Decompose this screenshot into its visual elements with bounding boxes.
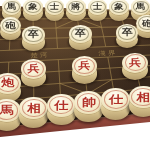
piece-character: 象	[23, 1, 43, 13]
piece-disc-top: 兵	[72, 56, 98, 76]
piece-disc-top: 仕	[47, 94, 76, 117]
piece-character: 仕	[101, 91, 130, 109]
piece-disc-top: 仕	[101, 88, 130, 111]
piece-character: 相	[19, 99, 48, 117]
piece-black-soldier[interactable]: 卒	[22, 26, 45, 50]
piece-disc-top: 帥	[74, 91, 103, 114]
piece-character: 仕	[47, 96, 76, 114]
piece-black-advisor[interactable]: 士	[45, 0, 65, 21]
piece-character: 象	[109, 1, 129, 13]
piece-character: 馬	[131, 1, 150, 13]
piece-disc-top: 士	[88, 0, 108, 15]
piece-disc-top: 象	[23, 0, 43, 15]
piece-disc-top: 將	[66, 0, 86, 15]
piece-disc-top: 士	[45, 0, 65, 15]
piece-red-elephant[interactable]: 相	[129, 86, 150, 117]
piece-black-general[interactable]: 將	[66, 0, 86, 21]
piece-red-soldier[interactable]: 兵	[122, 53, 148, 81]
xiangqi-board-photo: 楚河 漢界 馬象士將士象馬砲砲卒卒卒兵兵兵炮馬相仕帥仕相	[0, 0, 150, 150]
piece-character: 卒	[22, 28, 45, 42]
piece-red-soldier[interactable]: 兵	[72, 56, 98, 84]
piece-red-soldier[interactable]: 兵	[21, 59, 47, 87]
piece-disc-top: 砲	[136, 15, 150, 32]
piece-character: 士	[88, 1, 108, 13]
piece-red-general[interactable]: 帥	[74, 91, 103, 122]
piece-red-advisor[interactable]: 仕	[101, 88, 130, 119]
piece-character: 砲	[136, 17, 150, 30]
piece-red-elephant[interactable]: 相	[19, 97, 48, 128]
piece-character: 馬	[2, 1, 22, 13]
piece-disc-top: 馬	[2, 0, 22, 15]
piece-red-cannon[interactable]: 炮	[0, 73, 21, 102]
piece-red-advisor[interactable]: 仕	[47, 94, 76, 125]
piece-character: 相	[129, 88, 150, 106]
piece-disc-top: 兵	[122, 53, 148, 73]
piece-disc-top: 相	[129, 86, 150, 109]
piece-character: 兵	[21, 61, 47, 77]
piece-disc-top: 炮	[0, 73, 21, 94]
piece-character: 砲	[0, 19, 21, 32]
piece-character: 士	[45, 1, 65, 13]
piece-black-advisor[interactable]: 士	[88, 0, 108, 21]
piece-disc-top: 砲	[0, 17, 21, 34]
piece-black-cannon[interactable]: 砲	[0, 17, 21, 40]
piece-black-elephant[interactable]: 象	[109, 0, 129, 21]
piece-disc-top: 卒	[69, 25, 92, 43]
piece-character: 卒	[116, 26, 139, 40]
piece-disc-top: 相	[19, 97, 48, 120]
piece-disc-top: 卒	[116, 24, 139, 42]
piece-red-horse[interactable]: 馬	[0, 99, 21, 130]
piece-character: 炮	[0, 75, 21, 92]
piece-black-soldier[interactable]: 卒	[116, 24, 139, 48]
piece-character: 帥	[74, 93, 103, 111]
piece-character: 將	[66, 1, 86, 13]
pieces-layer: 馬象士將士象馬砲砲卒卒卒兵兵兵炮馬相仕帥仕相	[0, 0, 150, 150]
piece-disc-top: 兵	[21, 59, 47, 79]
piece-black-soldier[interactable]: 卒	[69, 25, 92, 49]
piece-character: 卒	[69, 27, 92, 41]
piece-character: 兵	[72, 58, 98, 74]
piece-character: 兵	[122, 55, 148, 71]
piece-black-elephant[interactable]: 象	[23, 0, 43, 21]
piece-black-cannon[interactable]: 砲	[136, 15, 150, 38]
piece-disc-top: 卒	[22, 26, 45, 44]
piece-disc-top: 馬	[131, 0, 150, 15]
piece-disc-top: 象	[109, 0, 129, 15]
